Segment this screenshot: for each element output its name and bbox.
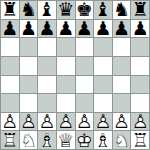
square-d2[interactable]: ♟♙ bbox=[57, 113, 75, 131]
piece-white-pawn-fill: ♟ bbox=[1, 113, 19, 131]
piece-white-king-fill: ♚ bbox=[76, 131, 94, 149]
square-g7[interactable]: ♟ bbox=[113, 20, 131, 38]
square-f8[interactable]: ♝ bbox=[94, 1, 112, 19]
square-c3[interactable] bbox=[38, 94, 56, 112]
piece-black-knight: ♞ bbox=[113, 1, 131, 19]
piece-white-pawn-fill: ♟ bbox=[131, 113, 149, 131]
piece-white-rook: ♖ bbox=[1, 131, 19, 149]
square-f7[interactable]: ♟ bbox=[94, 20, 112, 38]
square-d8[interactable]: ♛ bbox=[57, 1, 75, 19]
piece-white-pawn: ♙ bbox=[131, 113, 149, 131]
square-a8[interactable]: ♜ bbox=[1, 1, 19, 19]
square-h1[interactable]: ♜♖ bbox=[131, 131, 149, 149]
square-d7[interactable]: ♟ bbox=[57, 20, 75, 38]
square-c7[interactable]: ♟ bbox=[38, 20, 56, 38]
piece-black-pawn: ♟ bbox=[76, 20, 94, 38]
piece-white-pawn: ♙ bbox=[113, 113, 131, 131]
piece-white-queen: ♕ bbox=[57, 131, 75, 149]
square-a5[interactable] bbox=[1, 57, 19, 75]
square-g5[interactable] bbox=[113, 57, 131, 75]
piece-white-pawn: ♙ bbox=[57, 113, 75, 131]
piece-black-rook: ♜ bbox=[1, 1, 19, 19]
piece-white-pawn-fill: ♟ bbox=[94, 113, 112, 131]
piece-white-king: ♔ bbox=[76, 131, 94, 149]
square-e7[interactable]: ♟ bbox=[76, 20, 94, 38]
square-h8[interactable]: ♜ bbox=[131, 1, 149, 19]
piece-white-rook: ♖ bbox=[131, 131, 149, 149]
square-f3[interactable] bbox=[94, 94, 112, 112]
piece-white-pawn-fill: ♟ bbox=[113, 113, 131, 131]
square-h6[interactable] bbox=[131, 38, 149, 56]
piece-white-knight-fill: ♞ bbox=[20, 131, 38, 149]
square-g1[interactable]: ♞♘ bbox=[113, 131, 131, 149]
square-a6[interactable] bbox=[1, 38, 19, 56]
piece-black-pawn: ♟ bbox=[1, 20, 19, 38]
square-b4[interactable] bbox=[20, 76, 38, 94]
square-b2[interactable]: ♟♙ bbox=[20, 113, 38, 131]
square-f6[interactable] bbox=[94, 38, 112, 56]
square-f5[interactable] bbox=[94, 57, 112, 75]
piece-white-pawn: ♙ bbox=[38, 113, 56, 131]
piece-black-pawn: ♟ bbox=[131, 20, 149, 38]
square-b5[interactable] bbox=[20, 57, 38, 75]
piece-white-bishop-fill: ♝ bbox=[94, 131, 112, 149]
square-d3[interactable] bbox=[57, 94, 75, 112]
square-c1[interactable]: ♝♗ bbox=[38, 131, 56, 149]
square-h5[interactable] bbox=[131, 57, 149, 75]
piece-white-pawn-fill: ♟ bbox=[38, 113, 56, 131]
square-e8[interactable]: ♚ bbox=[76, 1, 94, 19]
square-b7[interactable]: ♟ bbox=[20, 20, 38, 38]
square-g3[interactable] bbox=[113, 94, 131, 112]
square-g4[interactable] bbox=[113, 76, 131, 94]
piece-white-bishop: ♗ bbox=[38, 131, 56, 149]
square-g2[interactable]: ♟♙ bbox=[113, 113, 131, 131]
chess-board: ♜♞♝♛♚♝♞♜♟♟♟♟♟♟♟♟♟♙♟♙♟♙♟♙♟♙♟♙♟♙♟♙♜♖♞♘♝♗♛♕… bbox=[0, 0, 150, 150]
piece-black-pawn: ♟ bbox=[38, 20, 56, 38]
piece-white-rook-fill: ♜ bbox=[1, 131, 19, 149]
square-d6[interactable] bbox=[57, 38, 75, 56]
square-h3[interactable] bbox=[131, 94, 149, 112]
square-a2[interactable]: ♟♙ bbox=[1, 113, 19, 131]
piece-white-knight: ♘ bbox=[113, 131, 131, 149]
piece-white-bishop: ♗ bbox=[94, 131, 112, 149]
square-b1[interactable]: ♞♘ bbox=[20, 131, 38, 149]
piece-black-rook: ♜ bbox=[131, 1, 149, 19]
square-c8[interactable]: ♝ bbox=[38, 1, 56, 19]
piece-white-pawn: ♙ bbox=[76, 113, 94, 131]
piece-white-pawn: ♙ bbox=[1, 113, 19, 131]
square-b6[interactable] bbox=[20, 38, 38, 56]
piece-white-pawn: ♙ bbox=[20, 113, 38, 131]
square-e3[interactable] bbox=[76, 94, 94, 112]
piece-black-queen: ♛ bbox=[57, 1, 75, 19]
square-a1[interactable]: ♜♖ bbox=[1, 131, 19, 149]
piece-black-pawn: ♟ bbox=[20, 20, 38, 38]
square-c2[interactable]: ♟♙ bbox=[38, 113, 56, 131]
piece-white-knight-fill: ♞ bbox=[113, 131, 131, 149]
square-c5[interactable] bbox=[38, 57, 56, 75]
square-f2[interactable]: ♟♙ bbox=[94, 113, 112, 131]
square-e4[interactable] bbox=[76, 76, 94, 94]
square-d4[interactable] bbox=[57, 76, 75, 94]
square-h2[interactable]: ♟♙ bbox=[131, 113, 149, 131]
square-d5[interactable] bbox=[57, 57, 75, 75]
square-a7[interactable]: ♟ bbox=[1, 20, 19, 38]
square-g8[interactable]: ♞ bbox=[113, 1, 131, 19]
piece-white-pawn-fill: ♟ bbox=[76, 113, 94, 131]
piece-white-pawn-fill: ♟ bbox=[57, 113, 75, 131]
square-e5[interactable] bbox=[76, 57, 94, 75]
piece-black-pawn: ♟ bbox=[113, 20, 131, 38]
square-e2[interactable]: ♟♙ bbox=[76, 113, 94, 131]
square-a3[interactable] bbox=[1, 94, 19, 112]
square-h7[interactable]: ♟ bbox=[131, 20, 149, 38]
piece-black-bishop: ♝ bbox=[38, 1, 56, 19]
piece-black-bishop: ♝ bbox=[94, 1, 112, 19]
square-b8[interactable]: ♞ bbox=[20, 1, 38, 19]
square-e1[interactable]: ♚♔ bbox=[76, 131, 94, 149]
square-g6[interactable] bbox=[113, 38, 131, 56]
square-c6[interactable] bbox=[38, 38, 56, 56]
square-b3[interactable] bbox=[20, 94, 38, 112]
square-f1[interactable]: ♝♗ bbox=[94, 131, 112, 149]
piece-black-pawn: ♟ bbox=[94, 20, 112, 38]
piece-black-king: ♚ bbox=[76, 1, 94, 19]
square-a4[interactable] bbox=[1, 76, 19, 94]
piece-white-bishop-fill: ♝ bbox=[38, 131, 56, 149]
piece-black-knight: ♞ bbox=[20, 1, 38, 19]
piece-black-pawn: ♟ bbox=[57, 20, 75, 38]
square-f4[interactable] bbox=[94, 76, 112, 94]
piece-white-knight: ♘ bbox=[20, 131, 38, 149]
piece-white-rook-fill: ♜ bbox=[131, 131, 149, 149]
square-c4[interactable] bbox=[38, 76, 56, 94]
piece-white-queen-fill: ♛ bbox=[57, 131, 75, 149]
piece-white-pawn: ♙ bbox=[94, 113, 112, 131]
square-e6[interactable] bbox=[76, 38, 94, 56]
piece-white-pawn-fill: ♟ bbox=[20, 113, 38, 131]
square-d1[interactable]: ♛♕ bbox=[57, 131, 75, 149]
square-h4[interactable] bbox=[131, 76, 149, 94]
